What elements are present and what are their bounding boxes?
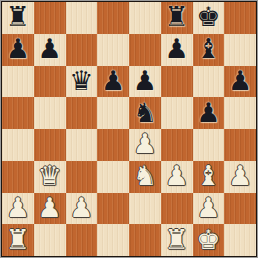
square-f5[interactable] xyxy=(161,97,193,129)
square-e5[interactable]: ♞ xyxy=(129,97,161,129)
black-pawn-f7[interactable]: ♟ xyxy=(165,35,189,62)
square-h4[interactable] xyxy=(224,129,256,161)
square-h8[interactable] xyxy=(224,2,256,34)
white-pawn-e4[interactable]: ♟ xyxy=(133,130,157,157)
square-a4[interactable] xyxy=(2,129,34,161)
square-g7[interactable]: ♝ xyxy=(193,34,225,66)
square-c3[interactable] xyxy=(66,161,98,193)
square-a2[interactable]: ♟ xyxy=(2,193,34,225)
white-queen-b3[interactable]: ♛ xyxy=(38,162,62,189)
white-pawn-h3[interactable]: ♟ xyxy=(228,162,252,189)
square-f8[interactable]: ♜ xyxy=(161,2,193,34)
black-rook-f8[interactable]: ♜ xyxy=(165,3,189,30)
black-bishop-g7[interactable]: ♝ xyxy=(196,35,220,62)
square-g2[interactable]: ♟ xyxy=(193,193,225,225)
square-g6[interactable] xyxy=(193,66,225,98)
white-pawn-f3[interactable]: ♟ xyxy=(165,162,189,189)
white-bishop-g3[interactable]: ♝ xyxy=(196,162,220,189)
square-f4[interactable] xyxy=(161,129,193,161)
black-knight-e5[interactable]: ♞ xyxy=(133,99,157,126)
square-a8[interactable]: ♜ xyxy=(2,2,34,34)
square-c4[interactable] xyxy=(66,129,98,161)
black-queen-c6[interactable]: ♛ xyxy=(69,67,93,94)
square-h5[interactable] xyxy=(224,97,256,129)
black-pawn-h6[interactable]: ♟ xyxy=(228,67,252,94)
square-g5[interactable]: ♟ xyxy=(193,97,225,129)
square-d5[interactable] xyxy=(97,97,129,129)
white-knight-e3[interactable]: ♞ xyxy=(133,162,157,189)
square-e3[interactable]: ♞ xyxy=(129,161,161,193)
square-h1[interactable] xyxy=(224,224,256,256)
white-pawn-c2[interactable]: ♟ xyxy=(69,194,93,221)
square-b4[interactable] xyxy=(34,129,66,161)
chess-board: ♜♜♚♟♟♟♝♛♟♟♟♞♟♟♛♞♟♝♟♟♟♟♟♜♜♚ xyxy=(2,2,256,256)
square-e7[interactable] xyxy=(129,34,161,66)
square-c8[interactable] xyxy=(66,2,98,34)
white-pawn-a2[interactable]: ♟ xyxy=(6,194,30,221)
square-d2[interactable] xyxy=(97,193,129,225)
square-c2[interactable]: ♟ xyxy=(66,193,98,225)
white-pawn-g2[interactable]: ♟ xyxy=(196,194,220,221)
square-d8[interactable] xyxy=(97,2,129,34)
square-a6[interactable] xyxy=(2,66,34,98)
square-d4[interactable] xyxy=(97,129,129,161)
square-e6[interactable]: ♟ xyxy=(129,66,161,98)
chess-board-frame: ♜♜♚♟♟♟♝♛♟♟♟♞♟♟♛♞♟♝♟♟♟♟♟♜♜♚ xyxy=(0,0,258,258)
square-g3[interactable]: ♝ xyxy=(193,161,225,193)
white-rook-f1[interactable]: ♜ xyxy=(165,226,189,253)
square-f6[interactable] xyxy=(161,66,193,98)
square-b6[interactable] xyxy=(34,66,66,98)
square-b5[interactable] xyxy=(34,97,66,129)
black-pawn-d6[interactable]: ♟ xyxy=(101,67,125,94)
square-g1[interactable]: ♚ xyxy=(193,224,225,256)
square-h2[interactable] xyxy=(224,193,256,225)
square-d3[interactable] xyxy=(97,161,129,193)
square-b7[interactable]: ♟ xyxy=(34,34,66,66)
square-d7[interactable] xyxy=(97,34,129,66)
square-h7[interactable] xyxy=(224,34,256,66)
square-b1[interactable] xyxy=(34,224,66,256)
square-f3[interactable]: ♟ xyxy=(161,161,193,193)
white-pawn-b2[interactable]: ♟ xyxy=(38,194,62,221)
square-c5[interactable] xyxy=(66,97,98,129)
square-e8[interactable] xyxy=(129,2,161,34)
square-g8[interactable]: ♚ xyxy=(193,2,225,34)
square-e1[interactable] xyxy=(129,224,161,256)
square-c1[interactable] xyxy=(66,224,98,256)
black-king-g8[interactable]: ♚ xyxy=(196,3,220,30)
square-f2[interactable] xyxy=(161,193,193,225)
square-a1[interactable]: ♜ xyxy=(2,224,34,256)
square-h3[interactable]: ♟ xyxy=(224,161,256,193)
square-f7[interactable]: ♟ xyxy=(161,34,193,66)
square-a3[interactable] xyxy=(2,161,34,193)
square-e4[interactable]: ♟ xyxy=(129,129,161,161)
square-a5[interactable] xyxy=(2,97,34,129)
square-d1[interactable] xyxy=(97,224,129,256)
square-c7[interactable] xyxy=(66,34,98,66)
square-b2[interactable]: ♟ xyxy=(34,193,66,225)
square-c6[interactable]: ♛ xyxy=(66,66,98,98)
square-e2[interactable] xyxy=(129,193,161,225)
black-pawn-e6[interactable]: ♟ xyxy=(133,67,157,94)
square-b8[interactable] xyxy=(34,2,66,34)
square-g4[interactable] xyxy=(193,129,225,161)
square-f1[interactable]: ♜ xyxy=(161,224,193,256)
black-rook-a8[interactable]: ♜ xyxy=(6,3,30,30)
black-pawn-b7[interactable]: ♟ xyxy=(38,35,62,62)
square-a7[interactable]: ♟ xyxy=(2,34,34,66)
square-h6[interactable]: ♟ xyxy=(224,66,256,98)
white-rook-a1[interactable]: ♜ xyxy=(6,226,30,253)
square-b3[interactable]: ♛ xyxy=(34,161,66,193)
white-king-g1[interactable]: ♚ xyxy=(196,226,220,253)
black-pawn-a7[interactable]: ♟ xyxy=(6,35,30,62)
black-pawn-g5[interactable]: ♟ xyxy=(196,99,220,126)
square-d6[interactable]: ♟ xyxy=(97,66,129,98)
